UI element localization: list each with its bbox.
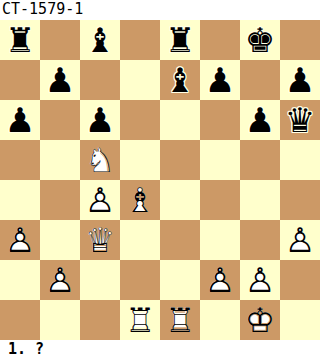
square-f6[interactable]: [200, 100, 240, 140]
square-e8[interactable]: ♜: [160, 20, 200, 60]
piece-white-pawn[interactable]: ♟♙: [240, 260, 280, 300]
square-b5[interactable]: [40, 140, 80, 180]
square-a7[interactable]: [0, 60, 40, 100]
piece-black-pawn[interactable]: ♟: [240, 100, 280, 140]
white-king-outline-icon: ♔: [240, 300, 280, 340]
square-e2[interactable]: [160, 260, 200, 300]
square-g3[interactable]: [240, 220, 280, 260]
piece-white-queen[interactable]: ♛♕: [80, 220, 120, 260]
square-f4[interactable]: [200, 180, 240, 220]
square-g8[interactable]: ♚: [240, 20, 280, 60]
black-pawn-icon: ♟: [40, 60, 80, 100]
black-king-icon: ♚: [240, 20, 280, 60]
square-f8[interactable]: [200, 20, 240, 60]
piece-white-knight[interactable]: ♞♘: [80, 140, 120, 180]
square-c3[interactable]: ♛♕: [80, 220, 120, 260]
square-f7[interactable]: ♟: [200, 60, 240, 100]
piece-black-king[interactable]: ♚: [240, 20, 280, 60]
square-c5[interactable]: ♞♘: [80, 140, 120, 180]
white-pawn-outline-icon: ♙: [280, 220, 320, 260]
square-c7[interactable]: [80, 60, 120, 100]
square-b8[interactable]: [40, 20, 80, 60]
move-prompt: 1. ?: [0, 340, 320, 360]
piece-white-rook[interactable]: ♜♖: [120, 300, 160, 340]
square-d6[interactable]: [120, 100, 160, 140]
square-a2[interactable]: [0, 260, 40, 300]
square-b6[interactable]: [40, 100, 80, 140]
square-c4[interactable]: ♟♙: [80, 180, 120, 220]
black-bishop-icon: ♝: [80, 20, 120, 60]
piece-black-rook[interactable]: ♜: [160, 20, 200, 60]
square-e1[interactable]: ♜♖: [160, 300, 200, 340]
black-pawn-icon: ♟: [240, 100, 280, 140]
black-pawn-icon: ♟: [0, 100, 40, 140]
square-a5[interactable]: [0, 140, 40, 180]
white-bishop-outline-icon: ♗: [120, 180, 160, 220]
white-rook-outline-icon: ♖: [160, 300, 200, 340]
square-f5[interactable]: [200, 140, 240, 180]
square-e5[interactable]: [160, 140, 200, 180]
piece-white-pawn[interactable]: ♟♙: [80, 180, 120, 220]
black-queen-icon: ♛: [280, 100, 320, 140]
square-e4[interactable]: [160, 180, 200, 220]
white-rook-outline-icon: ♖: [120, 300, 160, 340]
square-h3[interactable]: ♟♙: [280, 220, 320, 260]
black-pawn-icon: ♟: [280, 60, 320, 100]
piece-black-pawn[interactable]: ♟: [0, 100, 40, 140]
square-h5[interactable]: [280, 140, 320, 180]
square-d4[interactable]: ♝♗: [120, 180, 160, 220]
piece-white-bishop[interactable]: ♝♗: [120, 180, 160, 220]
piece-white-pawn[interactable]: ♟♙: [40, 260, 80, 300]
piece-black-pawn[interactable]: ♟: [200, 60, 240, 100]
square-f2[interactable]: ♟♙: [200, 260, 240, 300]
piece-black-bishop[interactable]: ♝: [80, 20, 120, 60]
square-d3[interactable]: [120, 220, 160, 260]
square-b4[interactable]: [40, 180, 80, 220]
black-pawn-icon: ♟: [200, 60, 240, 100]
square-a8[interactable]: ♜: [0, 20, 40, 60]
square-h4[interactable]: [280, 180, 320, 220]
square-h7[interactable]: ♟: [280, 60, 320, 100]
piece-black-pawn[interactable]: ♟: [80, 100, 120, 140]
square-c2[interactable]: [80, 260, 120, 300]
square-c8[interactable]: ♝: [80, 20, 120, 60]
white-queen-outline-icon: ♕: [80, 220, 120, 260]
black-rook-icon: ♜: [0, 20, 40, 60]
square-h1[interactable]: [280, 300, 320, 340]
square-f1[interactable]: [200, 300, 240, 340]
white-pawn-outline-icon: ♙: [0, 220, 40, 260]
square-h2[interactable]: [280, 260, 320, 300]
piece-white-rook[interactable]: ♜♖: [160, 300, 200, 340]
square-a3[interactable]: ♟♙: [0, 220, 40, 260]
black-pawn-icon: ♟: [80, 100, 120, 140]
square-e7[interactable]: ♝: [160, 60, 200, 100]
square-g2[interactable]: ♟♙: [240, 260, 280, 300]
square-d8[interactable]: [120, 20, 160, 60]
black-rook-icon: ♜: [160, 20, 200, 60]
square-g4[interactable]: [240, 180, 280, 220]
piece-black-rook[interactable]: ♜: [0, 20, 40, 60]
square-h6[interactable]: ♛: [280, 100, 320, 140]
square-g6[interactable]: ♟: [240, 100, 280, 140]
square-b7[interactable]: ♟: [40, 60, 80, 100]
square-f3[interactable]: [200, 220, 240, 260]
piece-black-queen[interactable]: ♛: [280, 100, 320, 140]
square-e3[interactable]: [160, 220, 200, 260]
white-pawn-outline-icon: ♙: [40, 260, 80, 300]
square-d1[interactable]: ♜♖: [120, 300, 160, 340]
square-d7[interactable]: [120, 60, 160, 100]
square-g7[interactable]: [240, 60, 280, 100]
piece-white-king[interactable]: ♚♔: [240, 300, 280, 340]
piece-white-pawn[interactable]: ♟♙: [280, 220, 320, 260]
piece-white-pawn[interactable]: ♟♙: [0, 220, 40, 260]
square-d2[interactable]: [120, 260, 160, 300]
square-c1[interactable]: [80, 300, 120, 340]
square-g5[interactable]: [240, 140, 280, 180]
square-b1[interactable]: [40, 300, 80, 340]
chess-board: ♜♝♜♚♟♝♟♟♟♟♟♛♞♘♟♙♝♗♟♙♛♕♟♙♟♙♟♙♟♙♜♖♜♖♚♔: [0, 20, 320, 340]
white-pawn-outline-icon: ♙: [200, 260, 240, 300]
puzzle-title: CT-1579-1: [0, 0, 320, 20]
square-a6[interactable]: ♟: [0, 100, 40, 140]
square-b3[interactable]: [40, 220, 80, 260]
black-bishop-icon: ♝: [160, 60, 200, 100]
square-c6[interactable]: ♟: [80, 100, 120, 140]
piece-black-bishop[interactable]: ♝: [160, 60, 200, 100]
white-knight-outline-icon: ♘: [80, 140, 120, 180]
square-a4[interactable]: [0, 180, 40, 220]
piece-black-pawn[interactable]: ♟: [40, 60, 80, 100]
piece-white-pawn[interactable]: ♟♙: [200, 260, 240, 300]
white-pawn-outline-icon: ♙: [240, 260, 280, 300]
square-a1[interactable]: [0, 300, 40, 340]
piece-black-pawn[interactable]: ♟: [280, 60, 320, 100]
white-pawn-outline-icon: ♙: [80, 180, 120, 220]
square-e6[interactable]: [160, 100, 200, 140]
square-h8[interactable]: [280, 20, 320, 60]
square-b2[interactable]: ♟♙: [40, 260, 80, 300]
square-d5[interactable]: [120, 140, 160, 180]
square-g1[interactable]: ♚♔: [240, 300, 280, 340]
